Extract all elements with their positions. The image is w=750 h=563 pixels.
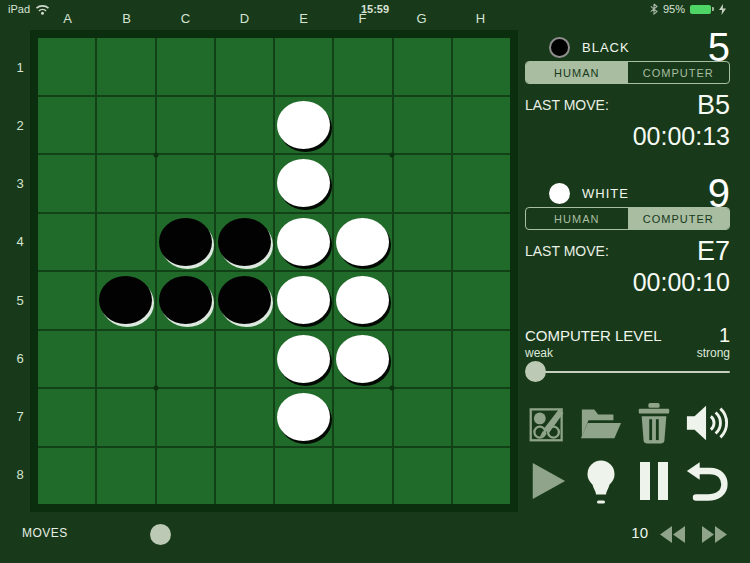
row-label-6: 6 [0,329,30,387]
column-label-C: C [156,11,215,29]
charging-bolt-icon [719,4,726,15]
black-human-segment[interactable]: HUMAN [526,62,628,83]
black-last-move-row: LAST MOVE: B5 [525,90,730,120]
board-frame [30,30,518,512]
computer-level-value: 1 [719,324,730,347]
white-disc [277,276,330,324]
cell-B6[interactable] [97,331,154,388]
cell-E4[interactable] [275,214,332,271]
cell-G1[interactable] [394,38,451,95]
cell-F3[interactable] [334,155,391,212]
cell-H8[interactable] [453,448,510,505]
cell-E6[interactable] [275,331,332,388]
black-player-row: BLACK 5 [525,34,730,60]
battery-percent: 95% [663,3,685,15]
white-disc [277,159,330,207]
row-labels: 12345678 [0,38,30,504]
column-label-A: A [38,11,97,29]
cell-D5[interactable] [216,272,273,329]
cell-D1[interactable] [216,38,273,95]
cell-C7[interactable] [157,389,214,446]
column-label-D: D [215,11,274,29]
white-mode-segmented-control: HUMAN COMPUTER [525,207,730,230]
white-disc [336,276,389,324]
moves-count: 10 [616,524,648,541]
white-last-move-label: LAST MOVE: [525,243,609,259]
black-player-name: BLACK [582,40,630,55]
rewind-button[interactable] [656,524,688,544]
black-disc [218,218,271,266]
column-label-G: G [392,11,451,29]
black-disc-icon [549,37,570,58]
white-last-move-row: LAST MOVE: E7 [525,236,730,266]
white-disc [277,218,330,266]
cell-G6[interactable] [394,331,451,388]
computer-level-label: COMPUTER LEVEL [525,327,662,344]
cell-H3[interactable] [453,155,510,212]
white-disc-count: 9 [708,180,730,206]
moves-bar: MOVES 10 [0,518,750,552]
cell-G4[interactable] [394,214,451,271]
white-player-row: WHITE 9 [525,180,730,206]
black-computer-segment[interactable]: COMPUTER [628,62,730,83]
white-disc [277,335,330,383]
white-timer: 00:00:10 [525,268,730,297]
star-point [390,385,395,390]
cell-E5[interactable] [275,272,332,329]
cell-A7[interactable] [38,389,95,446]
cell-H5[interactable] [453,272,510,329]
cell-D6[interactable] [216,331,273,388]
black-last-move-value: B5 [697,90,730,121]
pause-button[interactable] [627,452,680,510]
black-timer: 00:00:13 [525,122,730,151]
white-disc [336,335,389,383]
cell-H7[interactable] [453,389,510,446]
cell-G3[interactable] [394,155,451,212]
cell-G7[interactable] [394,389,451,446]
cell-C6[interactable] [157,331,214,388]
side-panel: BLACK 5 HUMAN COMPUTER LAST MOVE: B5 00:… [525,30,730,512]
row-label-4: 4 [0,213,30,271]
black-disc [159,276,212,324]
cell-H4[interactable] [453,214,510,271]
black-disc [99,276,152,324]
cell-D8[interactable] [216,448,273,505]
trash-button[interactable] [627,394,680,452]
cell-F2[interactable] [334,97,391,154]
cell-A4[interactable] [38,214,95,271]
cell-E8[interactable] [275,448,332,505]
edit-board-button[interactable] [521,394,574,452]
cell-F5[interactable] [334,272,391,329]
toolbar [521,394,733,510]
cell-C1[interactable] [157,38,214,95]
undo-button[interactable] [680,452,733,510]
cell-E3[interactable] [275,155,332,212]
cell-B1[interactable] [97,38,154,95]
cell-D4[interactable] [216,214,273,271]
open-file-button[interactable] [574,394,627,452]
row-label-7: 7 [0,388,30,446]
row-label-8: 8 [0,446,30,504]
cell-E1[interactable] [275,38,332,95]
row-label-3: 3 [0,155,30,213]
cell-B5[interactable] [97,272,154,329]
star-point [154,152,159,157]
forward-button[interactable] [698,524,730,544]
cell-E7[interactable] [275,389,332,446]
board-grid [38,38,510,504]
column-label-B: B [97,11,156,29]
cell-H1[interactable] [453,38,510,95]
star-point [390,152,395,157]
level-strong-label: strong [697,346,730,360]
cell-F6[interactable] [334,331,391,388]
column-label-F: F [333,11,392,29]
row-label-1: 1 [0,38,30,96]
cell-A5[interactable] [38,272,95,329]
moves-slider[interactable] [62,520,618,546]
level-scale-row: weak strong [525,346,730,360]
cell-F1[interactable] [334,38,391,95]
cell-C8[interactable] [157,448,214,505]
black-last-move-label: LAST MOVE: [525,97,609,113]
cell-H2[interactable] [453,97,510,154]
play-button[interactable] [521,452,574,510]
computer-level-row: COMPUTER LEVEL 1 [525,324,730,347]
cell-H6[interactable] [453,331,510,388]
cell-G5[interactable] [394,272,451,329]
cell-G8[interactable] [394,448,451,505]
cell-A3[interactable] [38,155,95,212]
cell-D3[interactable] [216,155,273,212]
cell-C5[interactable] [157,272,214,329]
cell-D7[interactable] [216,389,273,446]
row-label-5: 5 [0,271,30,329]
bluetooth-icon [650,3,658,15]
white-last-move-value: E7 [697,236,730,267]
cell-B2[interactable] [97,97,154,154]
cell-D2[interactable] [216,97,273,154]
cell-C3[interactable] [157,155,214,212]
cell-F7[interactable] [334,389,391,446]
column-label-E: E [274,11,333,29]
white-disc [277,393,330,441]
cell-B4[interactable] [97,214,154,271]
black-disc [159,218,212,266]
cell-A8[interactable] [38,448,95,505]
white-disc [336,218,389,266]
cell-F8[interactable] [334,448,391,505]
white-human-segment[interactable]: HUMAN [526,208,628,229]
cell-E2[interactable] [275,97,332,154]
cell-B3[interactable] [97,155,154,212]
cell-G2[interactable] [394,97,451,154]
computer-level-slider[interactable] [525,361,730,383]
white-disc [277,101,330,149]
row-label-2: 2 [0,96,30,154]
sound-on-button[interactable] [680,394,733,452]
cell-F4[interactable] [334,214,391,271]
cell-A6[interactable] [38,331,95,388]
white-player-name: WHITE [582,186,629,201]
cell-B8[interactable] [97,448,154,505]
moves-label: MOVES [22,526,68,540]
level-weak-label: weak [525,346,553,360]
cell-A1[interactable] [38,38,95,95]
column-labels: ABCDEFGH [38,11,510,29]
moves-slider-thumb[interactable] [150,524,171,545]
black-disc [218,276,271,324]
white-computer-segment[interactable]: COMPUTER [628,208,730,229]
cell-B7[interactable] [97,389,154,446]
cell-A2[interactable] [38,97,95,154]
cell-C2[interactable] [157,97,214,154]
white-disc-icon [549,183,570,204]
black-disc-count: 5 [708,34,730,60]
cell-C4[interactable] [157,214,214,271]
black-mode-segmented-control: HUMAN COMPUTER [525,61,730,84]
computer-level-slider-thumb[interactable] [525,361,546,382]
hint-bulb-button[interactable] [574,452,627,510]
star-point [154,385,159,390]
battery-icon [690,5,714,14]
column-label-H: H [451,11,510,29]
